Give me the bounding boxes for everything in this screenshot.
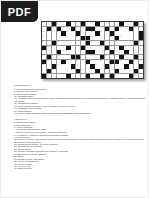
black-cell bbox=[119, 55, 123, 59]
white-cell: 4 bbox=[71, 22, 75, 26]
clue-number: 77 bbox=[95, 64, 97, 66]
black-cell bbox=[57, 50, 61, 54]
clue-number: 45 bbox=[71, 46, 73, 48]
white-cell bbox=[81, 64, 85, 68]
white-cell: 8 bbox=[110, 22, 114, 26]
white-cell bbox=[110, 55, 114, 59]
clue-number: 56 bbox=[105, 50, 107, 52]
white-cell bbox=[115, 22, 119, 26]
white-cell: 80 bbox=[52, 69, 56, 73]
white-cell: 48 bbox=[110, 46, 114, 50]
white-cell bbox=[115, 55, 119, 59]
clue-number: 16 bbox=[95, 27, 97, 29]
white-cell: 54 bbox=[81, 50, 85, 54]
white-cell bbox=[71, 60, 75, 64]
clue-number: 49 bbox=[124, 46, 126, 48]
white-cell: 29 bbox=[129, 31, 133, 35]
clue-number: 64 bbox=[124, 55, 126, 57]
white-cell bbox=[139, 74, 143, 78]
black-cell bbox=[110, 50, 114, 54]
clue-number: 40 bbox=[105, 41, 107, 43]
black-cell bbox=[105, 27, 109, 31]
black-cell bbox=[100, 74, 104, 78]
clue-number: 68 bbox=[91, 60, 93, 62]
white-cell bbox=[47, 41, 51, 45]
white-cell bbox=[66, 41, 70, 45]
white-cell: 71 bbox=[134, 60, 138, 64]
clue-lists: ORIZZONTALI1. Quella romana era grandios… bbox=[14, 84, 149, 194]
white-cell: 47 bbox=[100, 46, 104, 50]
clue-section-orizzontali: ORIZZONTALI1. Quella romana era grandios… bbox=[14, 84, 149, 115]
white-cell: 92 bbox=[115, 74, 119, 78]
clue-number: 25 bbox=[91, 31, 93, 33]
white-cell bbox=[124, 27, 128, 31]
white-cell bbox=[129, 46, 133, 50]
black-cell bbox=[139, 31, 143, 35]
white-cell bbox=[119, 41, 123, 45]
clue-number: 18 bbox=[134, 27, 136, 29]
black-cell bbox=[66, 46, 70, 50]
black-cell bbox=[76, 69, 80, 73]
white-cell bbox=[52, 31, 56, 35]
white-cell bbox=[134, 50, 138, 54]
clue-number: 87 bbox=[124, 69, 126, 71]
white-cell: 7 bbox=[100, 22, 104, 26]
white-cell: 27 bbox=[105, 31, 109, 35]
white-cell: 46 bbox=[86, 46, 90, 50]
clue-number: 13 bbox=[66, 27, 68, 29]
white-cell bbox=[139, 27, 143, 31]
black-cell bbox=[119, 46, 123, 50]
white-cell bbox=[71, 41, 75, 45]
white-cell bbox=[90, 46, 94, 50]
white-cell: 73 bbox=[57, 64, 61, 68]
white-cell bbox=[86, 69, 90, 73]
white-cell bbox=[61, 74, 65, 78]
white-cell: 51 bbox=[42, 50, 46, 54]
black-cell bbox=[86, 36, 90, 40]
clue-number: 44 bbox=[52, 46, 54, 48]
white-cell bbox=[52, 74, 56, 78]
white-cell: 1 bbox=[42, 22, 46, 26]
white-cell: 74 bbox=[61, 64, 65, 68]
white-cell: 31 bbox=[61, 36, 65, 40]
black-cell bbox=[47, 55, 51, 59]
black-cell bbox=[115, 69, 119, 73]
clue-number: 17 bbox=[120, 27, 122, 29]
clue-number: 41 bbox=[115, 41, 117, 43]
black-cell bbox=[71, 55, 75, 59]
black-cell bbox=[42, 74, 46, 78]
white-cell: 14 bbox=[76, 27, 80, 31]
clue-number: 71 bbox=[134, 60, 136, 62]
white-cell: 11 bbox=[52, 27, 56, 31]
clue-number: 60 bbox=[57, 55, 59, 57]
white-cell: 49 bbox=[124, 46, 128, 50]
clue-number: 9 bbox=[124, 22, 125, 24]
white-cell bbox=[76, 46, 80, 50]
clue-number: 74 bbox=[62, 64, 64, 66]
black-cell bbox=[71, 64, 75, 68]
white-cell bbox=[95, 60, 99, 64]
black-cell bbox=[86, 74, 90, 78]
clue-number: 69 bbox=[100, 60, 102, 62]
section-title: ORIZZONTALI bbox=[14, 84, 149, 87]
black-cell bbox=[119, 22, 123, 26]
clue-number: 57 bbox=[115, 50, 117, 52]
clue-number: 12 bbox=[62, 27, 64, 29]
clue-number: 58 bbox=[129, 50, 131, 52]
clue-line: 19. Auguri, posta e dimostrazioni: tecni… bbox=[14, 112, 149, 114]
section-title: VERTICALI bbox=[14, 117, 149, 120]
white-cell bbox=[100, 64, 104, 68]
clue-number: 28 bbox=[115, 31, 117, 33]
clue-number: 23 bbox=[71, 31, 73, 33]
white-cell bbox=[134, 31, 138, 35]
black-cell bbox=[110, 74, 114, 78]
white-cell bbox=[81, 41, 85, 45]
white-cell bbox=[134, 36, 138, 40]
clue-number: 38 bbox=[57, 41, 59, 43]
white-cell bbox=[139, 55, 143, 59]
white-cell: 85 bbox=[105, 69, 109, 73]
black-cell bbox=[66, 74, 70, 78]
white-cell bbox=[95, 41, 99, 45]
white-cell: 87 bbox=[124, 69, 128, 73]
white-cell bbox=[105, 36, 109, 40]
black-cell bbox=[95, 69, 99, 73]
white-cell bbox=[110, 41, 114, 45]
black-cell bbox=[86, 27, 90, 31]
white-cell bbox=[90, 22, 94, 26]
white-cell: 34 bbox=[95, 36, 99, 40]
white-cell: 52 bbox=[61, 50, 65, 54]
white-cell: 90 bbox=[71, 74, 75, 78]
clue-number: 4 bbox=[71, 22, 72, 24]
white-cell: 70 bbox=[119, 60, 123, 64]
black-cell bbox=[139, 36, 143, 40]
white-cell bbox=[134, 64, 138, 68]
white-cell bbox=[105, 22, 109, 26]
white-cell bbox=[100, 36, 104, 40]
white-cell: 62 bbox=[90, 55, 94, 59]
white-cell: 36 bbox=[119, 36, 123, 40]
clue-number: 83 bbox=[91, 69, 93, 71]
black-cell bbox=[81, 36, 85, 40]
white-cell: 16 bbox=[95, 27, 99, 31]
white-cell: 22 bbox=[66, 31, 70, 35]
black-cell bbox=[47, 27, 51, 31]
clue-number: 5 bbox=[76, 22, 77, 24]
clue-number: 91 bbox=[91, 74, 93, 76]
white-cell bbox=[86, 31, 90, 35]
white-cell bbox=[47, 64, 51, 68]
black-cell bbox=[129, 60, 133, 64]
black-cell bbox=[95, 31, 99, 35]
white-cell: 78 bbox=[110, 64, 114, 68]
white-cell: 84 bbox=[100, 69, 104, 73]
clue-number: 59 bbox=[52, 55, 54, 57]
white-cell: 40 bbox=[105, 41, 109, 45]
white-cell bbox=[124, 31, 128, 35]
clue-number: 22 bbox=[66, 31, 68, 33]
white-cell: 81 bbox=[71, 69, 75, 73]
black-cell bbox=[100, 55, 104, 59]
clue-lists-inner: ORIZZONTALI1. Quella romana era grandios… bbox=[14, 84, 149, 170]
white-cell bbox=[115, 46, 119, 50]
clue-number: 88 bbox=[139, 69, 141, 71]
white-cell bbox=[119, 74, 123, 78]
clue-number: 20 bbox=[47, 31, 49, 33]
black-cell bbox=[124, 64, 128, 68]
black-cell bbox=[61, 31, 65, 35]
white-cell bbox=[66, 36, 70, 40]
black-cell bbox=[139, 64, 143, 68]
clue-number: 19 bbox=[42, 31, 44, 33]
white-cell: 91 bbox=[90, 74, 94, 78]
clue-number: 1 bbox=[42, 22, 43, 24]
pdf-badge: PDF bbox=[1, 1, 38, 22]
clue-number: 65 bbox=[47, 60, 49, 62]
black-cell bbox=[134, 41, 138, 45]
white-cell bbox=[57, 74, 61, 78]
white-cell bbox=[124, 60, 128, 64]
black-cell bbox=[110, 60, 114, 64]
clue-section-verticali: VERTICALI1. Non sempre parlati2. Che com… bbox=[14, 117, 149, 169]
black-cell bbox=[134, 55, 138, 59]
white-cell: 55 bbox=[95, 50, 99, 54]
white-cell bbox=[95, 46, 99, 50]
clue-number: 43 bbox=[47, 46, 49, 48]
black-cell bbox=[105, 64, 109, 68]
clue-number: 26 bbox=[100, 31, 102, 33]
clue-number: 8 bbox=[110, 22, 111, 24]
white-cell bbox=[76, 74, 80, 78]
clue-number: 35 bbox=[110, 36, 112, 38]
white-cell: 2 bbox=[57, 22, 61, 26]
white-cell bbox=[42, 55, 46, 59]
clue-number: 54 bbox=[81, 50, 83, 52]
clue-number: 14 bbox=[76, 27, 78, 29]
white-cell bbox=[47, 36, 51, 40]
black-cell bbox=[81, 46, 85, 50]
white-cell: 38 bbox=[57, 41, 61, 45]
white-cell: 5 bbox=[76, 22, 80, 26]
white-cell: 86 bbox=[119, 69, 123, 73]
clue-number: 31 bbox=[62, 36, 64, 38]
white-cell: 79 bbox=[129, 64, 133, 68]
white-cell: 58 bbox=[129, 50, 133, 54]
clue-number: 6 bbox=[86, 22, 87, 24]
white-cell bbox=[81, 60, 85, 64]
clue-number: 62 bbox=[91, 55, 93, 57]
clue-number: 30 bbox=[42, 36, 44, 38]
white-cell bbox=[42, 69, 46, 73]
white-cell: 72 bbox=[42, 64, 46, 68]
black-cell bbox=[105, 46, 109, 50]
pdf-page-thumbnail[interactable]: PDF 123456789101112131415161718192021222… bbox=[0, 0, 149, 198]
white-cell bbox=[66, 64, 70, 68]
clue-number: 93 bbox=[134, 74, 136, 76]
white-cell: 88 bbox=[139, 69, 143, 73]
white-cell: 56 bbox=[105, 50, 109, 54]
white-cell bbox=[110, 69, 114, 73]
white-cell: 82 bbox=[81, 69, 85, 73]
clue-number: 80 bbox=[52, 69, 54, 71]
white-cell: 25 bbox=[90, 31, 94, 35]
clue-number: 11 bbox=[52, 27, 54, 29]
clue-number: 51 bbox=[42, 50, 44, 52]
white-cell: 30 bbox=[42, 36, 46, 40]
clue-number: 72 bbox=[42, 64, 44, 66]
clue-number: 21 bbox=[57, 31, 59, 33]
clue-number: 2 bbox=[57, 22, 58, 24]
white-cell: 57 bbox=[115, 50, 119, 54]
white-cell: 93 bbox=[134, 74, 138, 78]
white-cell: 63 bbox=[105, 55, 109, 59]
clue-number: 32 bbox=[76, 36, 78, 38]
white-cell bbox=[129, 69, 133, 73]
white-cell bbox=[47, 50, 51, 54]
white-cell: 37 bbox=[42, 41, 46, 45]
white-cell: 68 bbox=[90, 60, 94, 64]
white-cell: 44 bbox=[52, 46, 56, 50]
white-cell bbox=[71, 36, 75, 40]
white-cell bbox=[42, 27, 46, 31]
black-cell bbox=[86, 60, 90, 64]
clue-number: 75 bbox=[76, 64, 78, 66]
clue-number: 3 bbox=[62, 22, 63, 24]
white-cell: 21 bbox=[57, 31, 61, 35]
clue-number: 47 bbox=[100, 46, 102, 48]
white-cell: 26 bbox=[100, 31, 104, 35]
clue-number: 82 bbox=[81, 69, 83, 71]
white-cell bbox=[105, 74, 109, 78]
black-cell bbox=[52, 22, 56, 26]
black-cell bbox=[76, 31, 80, 35]
white-cell: 24 bbox=[81, 31, 85, 35]
clue-number: 34 bbox=[95, 36, 97, 38]
clue-number: 39 bbox=[91, 41, 93, 43]
clue-number: 66 bbox=[66, 60, 68, 62]
white-cell bbox=[95, 55, 99, 59]
clue-number: 90 bbox=[71, 74, 73, 76]
white-cell bbox=[86, 55, 90, 59]
black-cell bbox=[134, 69, 138, 73]
clue-number: 73 bbox=[57, 64, 59, 66]
clue-number: 10 bbox=[139, 22, 141, 24]
white-cell: 35 bbox=[110, 36, 114, 40]
clue-number: 48 bbox=[110, 46, 112, 48]
clue-number: 86 bbox=[120, 69, 122, 71]
black-cell bbox=[52, 41, 56, 45]
clue-number: 61 bbox=[81, 55, 83, 57]
black-cell bbox=[95, 22, 99, 26]
white-cell bbox=[95, 74, 99, 78]
white-cell: 69 bbox=[100, 60, 104, 64]
white-cell bbox=[61, 41, 65, 45]
white-cell: 10 bbox=[139, 22, 143, 26]
white-cell: 15 bbox=[81, 27, 85, 31]
white-cell bbox=[129, 55, 133, 59]
black-cell bbox=[42, 46, 46, 50]
white-cell bbox=[57, 69, 61, 73]
clue-number: 29 bbox=[129, 31, 131, 33]
black-cell bbox=[115, 27, 119, 31]
black-cell bbox=[47, 69, 51, 73]
white-cell: 65 bbox=[47, 60, 51, 64]
clue-number: 46 bbox=[86, 46, 88, 48]
white-cell: 32 bbox=[76, 36, 80, 40]
white-cell bbox=[110, 27, 114, 31]
white-cell: 39 bbox=[90, 41, 94, 45]
black-cell bbox=[110, 31, 114, 35]
white-cell bbox=[66, 69, 70, 73]
clue-number: 84 bbox=[100, 69, 102, 71]
white-cell bbox=[129, 41, 133, 45]
white-cell bbox=[100, 27, 104, 31]
clue-number: 33 bbox=[91, 36, 93, 38]
white-cell bbox=[57, 36, 61, 40]
clue-number: 27 bbox=[105, 31, 107, 33]
pdf-badge-label: PDF bbox=[8, 6, 32, 18]
white-cell: 18 bbox=[134, 27, 138, 31]
white-cell: 45 bbox=[71, 46, 75, 50]
white-cell bbox=[61, 46, 65, 50]
white-cell bbox=[61, 55, 65, 59]
clue-line: 36. Nota musicale bbox=[14, 167, 149, 169]
white-cell: 64 bbox=[124, 55, 128, 59]
white-cell bbox=[61, 69, 65, 73]
white-cell: 20 bbox=[47, 31, 51, 35]
black-cell bbox=[66, 22, 70, 26]
clue-number: 37 bbox=[42, 41, 44, 43]
white-cell bbox=[100, 50, 104, 54]
white-cell bbox=[71, 50, 75, 54]
white-cell: 6 bbox=[86, 22, 90, 26]
white-cell: 59 bbox=[52, 55, 56, 59]
clue-number: 79 bbox=[129, 64, 131, 66]
white-cell: 17 bbox=[119, 27, 123, 31]
black-cell bbox=[71, 27, 75, 31]
clue-number: 15 bbox=[81, 27, 83, 29]
black-cell bbox=[86, 50, 90, 54]
white-cell bbox=[52, 50, 56, 54]
black-cell bbox=[90, 64, 94, 68]
white-cell: 13 bbox=[66, 27, 70, 31]
white-cell: 12 bbox=[61, 27, 65, 31]
white-cell: 76 bbox=[86, 64, 90, 68]
white-cell: 9 bbox=[124, 22, 128, 26]
white-cell bbox=[119, 64, 123, 68]
clue-number: 53 bbox=[66, 50, 68, 52]
white-cell bbox=[76, 41, 80, 45]
white-cell bbox=[119, 50, 123, 54]
white-cell bbox=[124, 41, 128, 45]
black-cell bbox=[52, 64, 56, 68]
clue-number: 78 bbox=[110, 64, 112, 66]
black-cell bbox=[42, 60, 46, 64]
white-cell: 19 bbox=[42, 31, 46, 35]
clue-number: 85 bbox=[105, 69, 107, 71]
black-cell bbox=[81, 22, 85, 26]
white-cell bbox=[115, 64, 119, 68]
white-cell bbox=[124, 36, 128, 40]
clue-number: 24 bbox=[81, 31, 83, 33]
white-cell bbox=[129, 36, 133, 40]
black-cell bbox=[57, 27, 61, 31]
white-cell: 61 bbox=[81, 55, 85, 59]
